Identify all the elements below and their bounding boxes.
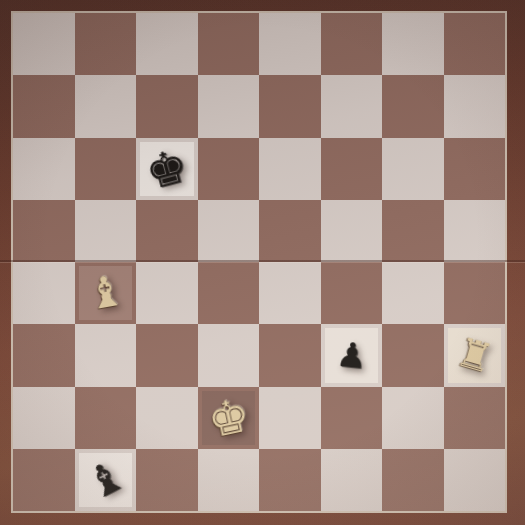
square-b8[interactable] <box>75 13 137 75</box>
square-b5[interactable] <box>75 200 137 262</box>
square-b4[interactable]: ♝ <box>75 262 137 324</box>
square-d3[interactable] <box>198 324 260 386</box>
square-h1[interactable] <box>444 449 506 511</box>
square-g6[interactable] <box>382 138 444 200</box>
square-f4[interactable] <box>321 262 383 324</box>
square-d7[interactable] <box>198 75 260 137</box>
square-e6[interactable] <box>259 138 321 200</box>
square-a3[interactable] <box>13 324 75 386</box>
piece-black-bishop[interactable]: ♝ <box>63 438 147 522</box>
square-e4[interactable] <box>259 262 321 324</box>
square-b1[interactable]: ♝ <box>75 449 137 511</box>
square-d1[interactable] <box>198 449 260 511</box>
square-e7[interactable] <box>259 75 321 137</box>
square-c6[interactable]: ♚ <box>136 138 198 200</box>
square-e8[interactable] <box>259 13 321 75</box>
piece-black-pawn[interactable]: ♟ <box>317 321 385 389</box>
square-a5[interactable] <box>13 200 75 262</box>
piece-white-rook[interactable]: ♜ <box>436 317 512 394</box>
square-h3[interactable]: ♜ <box>444 324 506 386</box>
square-g1[interactable] <box>382 449 444 511</box>
square-d8[interactable] <box>198 13 260 75</box>
square-a4[interactable] <box>13 262 75 324</box>
square-d4[interactable] <box>198 262 260 324</box>
piece-white-bishop[interactable]: ♝ <box>70 257 141 329</box>
square-d6[interactable] <box>198 138 260 200</box>
square-h2[interactable] <box>444 387 506 449</box>
square-d5[interactable] <box>198 200 260 262</box>
square-g7[interactable] <box>382 75 444 137</box>
square-e2[interactable] <box>259 387 321 449</box>
piece-black-king[interactable]: ♚ <box>129 131 205 207</box>
square-c5[interactable] <box>136 200 198 262</box>
square-f1[interactable] <box>321 449 383 511</box>
square-a1[interactable] <box>13 449 75 511</box>
square-f5[interactable] <box>321 200 383 262</box>
square-b6[interactable] <box>75 138 137 200</box>
square-a2[interactable] <box>13 387 75 449</box>
square-c7[interactable] <box>136 75 198 137</box>
piece-white-king[interactable]: ♚ <box>192 381 265 455</box>
square-f6[interactable] <box>321 138 383 200</box>
square-b2[interactable] <box>75 387 137 449</box>
square-h5[interactable] <box>444 200 506 262</box>
square-b3[interactable] <box>75 324 137 386</box>
square-f2[interactable] <box>321 387 383 449</box>
square-c4[interactable] <box>136 262 198 324</box>
chessboard-photo: ♚♝♟♜♚♝ <box>0 0 525 525</box>
square-f7[interactable] <box>321 75 383 137</box>
square-g3[interactable] <box>382 324 444 386</box>
square-f8[interactable] <box>321 13 383 75</box>
square-a6[interactable] <box>13 138 75 200</box>
square-g4[interactable] <box>382 262 444 324</box>
square-h6[interactable] <box>444 138 506 200</box>
square-e5[interactable] <box>259 200 321 262</box>
square-e1[interactable] <box>259 449 321 511</box>
square-g5[interactable] <box>382 200 444 262</box>
square-g2[interactable] <box>382 387 444 449</box>
square-f3[interactable]: ♟ <box>321 324 383 386</box>
square-a7[interactable] <box>13 75 75 137</box>
square-c8[interactable] <box>136 13 198 75</box>
square-d2[interactable]: ♚ <box>198 387 260 449</box>
square-h4[interactable] <box>444 262 506 324</box>
square-c1[interactable] <box>136 449 198 511</box>
square-h8[interactable] <box>444 13 506 75</box>
square-a8[interactable] <box>13 13 75 75</box>
square-g8[interactable] <box>382 13 444 75</box>
square-b7[interactable] <box>75 75 137 137</box>
square-e3[interactable] <box>259 324 321 386</box>
square-h7[interactable] <box>444 75 506 137</box>
chessboard: ♚♝♟♜♚♝ <box>13 13 505 511</box>
square-c2[interactable] <box>136 387 198 449</box>
square-c3[interactable] <box>136 324 198 386</box>
